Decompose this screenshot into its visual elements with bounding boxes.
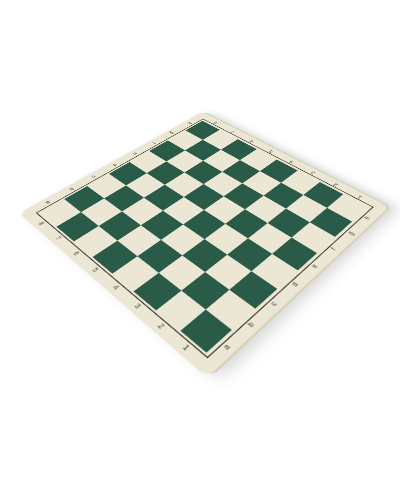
coordinate-label-4: 4 — [97, 273, 134, 301]
coordinate-label-1: 1 — [166, 331, 206, 366]
board-perspective-scene: abcdefgh abcdefgh 12345678 12345678 — [19, 112, 389, 378]
chess-board: abcdefgh abcdefgh 12345678 12345678 — [19, 112, 389, 378]
coordinate-label-5: 5 — [77, 257, 113, 283]
coordinate-label-6: 6 — [58, 241, 94, 266]
coordinate-label-3: 3 — [119, 291, 157, 321]
coordinate-label-2: 2 — [141, 310, 180, 342]
product-photo: abcdefgh abcdefgh 12345678 12345678 — [0, 0, 400, 480]
coordinate-label-7: 7 — [41, 227, 76, 250]
coordinate-label-8: 8 — [24, 213, 58, 235]
board-squares — [40, 121, 368, 353]
